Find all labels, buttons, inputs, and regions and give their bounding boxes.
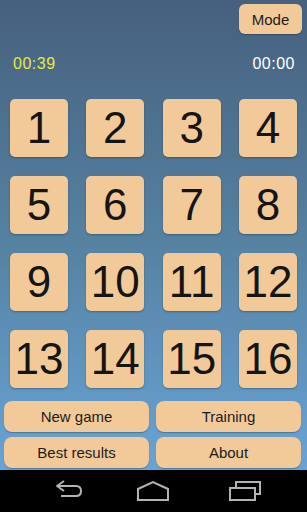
best-timer: 00:00 (252, 55, 295, 73)
tile-1[interactable]: 1 (10, 99, 68, 157)
back-icon[interactable] (44, 478, 88, 504)
training-button[interactable]: Training (156, 401, 301, 432)
tile-2[interactable]: 2 (86, 99, 144, 157)
tile-3[interactable]: 3 (163, 99, 221, 157)
tile-4[interactable]: 4 (239, 99, 297, 157)
tile-5[interactable]: 5 (10, 176, 68, 234)
tile-12[interactable]: 12 (239, 253, 297, 311)
number-grid: 1 2 3 4 5 6 7 8 9 10 11 12 13 14 15 16 (10, 99, 297, 388)
tile-10[interactable]: 10 (86, 253, 144, 311)
tile-6[interactable]: 6 (86, 176, 144, 234)
best-results-button[interactable]: Best results (4, 437, 149, 468)
new-game-button[interactable]: New game (4, 401, 149, 432)
tile-8[interactable]: 8 (239, 176, 297, 234)
tile-9[interactable]: 9 (10, 253, 68, 311)
tile-7[interactable]: 7 (163, 176, 221, 234)
about-button[interactable]: About (156, 437, 301, 468)
menu-buttons: New game Training Best results About (4, 401, 301, 468)
android-navbar (0, 470, 307, 512)
recent-apps-icon[interactable] (223, 478, 267, 504)
home-icon[interactable] (131, 478, 175, 504)
app-screen: Mode 00:39 00:00 1 2 3 4 5 6 7 8 9 10 11… (0, 0, 307, 512)
tile-14[interactable]: 14 (86, 330, 144, 388)
elapsed-timer: 00:39 (13, 55, 56, 73)
tile-13[interactable]: 13 (10, 330, 68, 388)
tile-16[interactable]: 16 (239, 330, 297, 388)
tile-11[interactable]: 11 (163, 253, 221, 311)
mode-button[interactable]: Mode (239, 4, 302, 34)
tile-15[interactable]: 15 (163, 330, 221, 388)
